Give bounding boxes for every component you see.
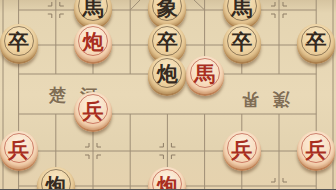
red-piece-face: 兵 xyxy=(223,131,261,169)
piece-red-soldier[interactable]: 兵 xyxy=(74,94,112,132)
piece-red-cannon[interactable]: 炮 xyxy=(74,26,112,64)
black-piece-face: 馬 xyxy=(223,0,261,27)
pieces-layer: 馬象馬卒炮卒卒卒炮馬兵兵兵兵炮炮 xyxy=(0,0,336,189)
black-piece-face: 卒 xyxy=(0,24,38,62)
black-piece-face: 卒 xyxy=(223,24,261,62)
red-piece-face: 炮 xyxy=(74,24,112,62)
piece-black-soldier[interactable]: 卒 xyxy=(0,26,38,64)
xiangqi-board[interactable]: 楚河 漢界 馬象馬卒炮卒卒卒炮馬兵兵兵兵炮炮 xyxy=(0,0,336,189)
piece-black-soldier[interactable]: 卒 xyxy=(223,26,261,64)
black-horse-glyph: 馬 xyxy=(82,0,103,19)
black-soldier-glyph: 卒 xyxy=(8,32,29,53)
piece-red-soldier[interactable]: 兵 xyxy=(0,133,38,171)
black-piece-face: 卒 xyxy=(297,24,335,62)
red-piece-face: 兵 xyxy=(74,92,112,130)
red-soldier-glyph: 兵 xyxy=(82,101,103,122)
black-piece-face: 炮 xyxy=(148,56,186,94)
black-horse-glyph: 馬 xyxy=(231,0,252,19)
piece-red-soldier[interactable]: 兵 xyxy=(297,133,335,171)
piece-black-soldier[interactable]: 卒 xyxy=(297,26,335,64)
black-cannon-glyph: 炮 xyxy=(45,176,66,190)
black-soldier-glyph: 卒 xyxy=(306,32,327,53)
red-soldier-glyph: 兵 xyxy=(8,140,29,161)
red-piece-face: 兵 xyxy=(297,131,335,169)
black-piece-face: 象 xyxy=(148,0,186,27)
red-horse-glyph: 馬 xyxy=(194,64,215,85)
black-soldier-glyph: 卒 xyxy=(157,32,178,53)
red-piece-face: 兵 xyxy=(0,131,38,169)
black-piece-face: 炮 xyxy=(37,167,75,189)
black-elephant-glyph: 象 xyxy=(157,0,178,19)
piece-red-cannon[interactable]: 炮 xyxy=(148,169,186,189)
piece-red-soldier[interactable]: 兵 xyxy=(223,133,261,171)
red-cannon-glyph: 炮 xyxy=(157,176,178,190)
piece-black-cannon[interactable]: 炮 xyxy=(37,169,75,189)
red-cannon-glyph: 炮 xyxy=(82,32,103,53)
red-piece-face: 炮 xyxy=(148,167,186,189)
black-soldier-glyph: 卒 xyxy=(231,32,252,53)
piece-red-horse[interactable]: 馬 xyxy=(186,58,224,96)
red-soldier-glyph: 兵 xyxy=(231,140,252,161)
red-piece-face: 馬 xyxy=(186,56,224,94)
red-soldier-glyph: 兵 xyxy=(306,140,327,161)
black-piece-face: 馬 xyxy=(74,0,112,27)
piece-black-cannon[interactable]: 炮 xyxy=(148,58,186,96)
black-cannon-glyph: 炮 xyxy=(157,64,178,85)
